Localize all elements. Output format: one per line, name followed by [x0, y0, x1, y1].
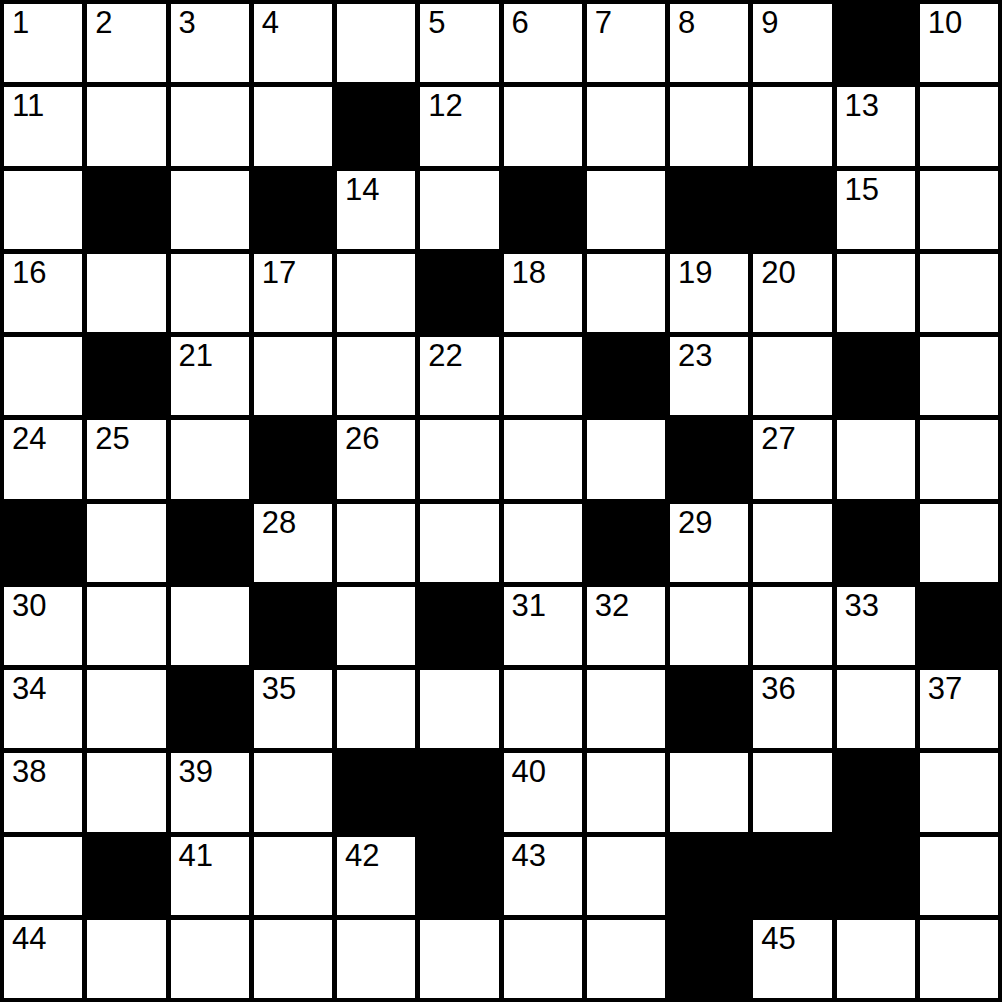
cell-r10c3[interactable]: [254, 837, 332, 915]
cell-r9c11[interactable]: [920, 753, 998, 831]
cell-r11c4[interactable]: [337, 920, 415, 998]
cell-r6c5[interactable]: [420, 504, 498, 582]
cell-r7c11-block: [920, 587, 998, 665]
clue-number: 17: [254, 254, 332, 288]
cell-r9c3[interactable]: [254, 753, 332, 831]
cell-r1c11[interactable]: [920, 87, 998, 165]
clue-number: 13: [837, 87, 915, 121]
clue-number: 44: [4, 920, 82, 954]
cell-r6c3[interactable]: 28: [254, 504, 332, 582]
cell-r6c7-block: [587, 504, 665, 582]
cell-r4c11[interactable]: [920, 337, 998, 415]
cell-r3c4[interactable]: [337, 254, 415, 332]
cell-r7c7[interactable]: 32: [587, 587, 665, 665]
cell-r3c11[interactable]: [920, 254, 998, 332]
cell-r3c10[interactable]: [837, 254, 915, 332]
cell-r8c0[interactable]: 34: [4, 670, 82, 748]
cell-r6c10-block: [837, 504, 915, 582]
cell-r10c6[interactable]: 43: [504, 837, 582, 915]
clue-number: 4: [254, 4, 332, 38]
clue-number: 28: [254, 504, 332, 538]
cell-r4c5[interactable]: 22: [420, 337, 498, 415]
clue-number: 32: [587, 587, 665, 621]
cell-r11c3[interactable]: [254, 920, 332, 998]
cell-r5c10[interactable]: [837, 420, 915, 498]
cell-r2c5[interactable]: [420, 171, 498, 249]
cell-r5c4[interactable]: 26: [337, 420, 415, 498]
cell-r11c7[interactable]: [587, 920, 665, 998]
cell-r6c4[interactable]: [337, 504, 415, 582]
cell-r6c0-block: [4, 504, 82, 582]
cell-r4c9[interactable]: [753, 337, 831, 415]
cell-r3c6[interactable]: 18: [504, 254, 582, 332]
cell-r4c10-block: [837, 337, 915, 415]
cell-r6c8[interactable]: 29: [670, 504, 748, 582]
cell-r2c10[interactable]: 15: [837, 171, 915, 249]
cell-r4c7-block: [587, 337, 665, 415]
cell-r1c0[interactable]: 11: [4, 87, 82, 165]
cell-r4c4[interactable]: [337, 337, 415, 415]
cell-r4c1-block: [87, 337, 165, 415]
clue-number: 37: [920, 670, 998, 704]
cell-r7c4[interactable]: [337, 587, 415, 665]
cell-r1c6[interactable]: [504, 87, 582, 165]
cell-r7c5-block: [420, 587, 498, 665]
clue-number: 43: [504, 837, 582, 871]
cell-r5c7[interactable]: [587, 420, 665, 498]
cell-r0c5[interactable]: 5: [420, 4, 498, 82]
cell-r9c9[interactable]: [753, 753, 831, 831]
cell-r5c2[interactable]: [171, 420, 249, 498]
cell-r7c6[interactable]: 31: [504, 587, 582, 665]
cell-r9c1[interactable]: [87, 753, 165, 831]
clue-number: 41: [171, 837, 249, 871]
cell-r2c1-block: [87, 171, 165, 249]
cell-r3c7[interactable]: [587, 254, 665, 332]
cell-r9c8[interactable]: [670, 753, 748, 831]
cell-r8c7[interactable]: [587, 670, 665, 748]
clue-number: 15: [837, 171, 915, 205]
cell-r10c1-block: [87, 837, 165, 915]
cell-r10c5-block: [420, 837, 498, 915]
clue-number: 40: [504, 753, 582, 787]
cell-r2c7[interactable]: [587, 171, 665, 249]
cell-r1c10[interactable]: 13: [837, 87, 915, 165]
cell-r3c5-block: [420, 254, 498, 332]
clue-number: 38: [4, 753, 82, 787]
cell-r10c0[interactable]: [4, 837, 82, 915]
cell-r1c5[interactable]: 12: [420, 87, 498, 165]
clue-number: 25: [87, 420, 165, 454]
cell-r6c1[interactable]: [87, 504, 165, 582]
cell-r11c8-block: [670, 920, 748, 998]
cell-r9c4-block: [337, 753, 415, 831]
cell-r7c8[interactable]: [670, 587, 748, 665]
cell-r3c0[interactable]: 16: [4, 254, 82, 332]
cell-r0c7[interactable]: 7: [587, 4, 665, 82]
cell-r3c9[interactable]: 20: [753, 254, 831, 332]
cell-r6c9[interactable]: [753, 504, 831, 582]
cell-r5c6[interactable]: [504, 420, 582, 498]
cell-r1c8[interactable]: [670, 87, 748, 165]
cell-r5c8-block: [670, 420, 748, 498]
cell-r2c8-block: [670, 171, 748, 249]
cell-r8c8-block: [670, 670, 748, 748]
cell-r4c6[interactable]: [504, 337, 582, 415]
cell-r5c3-block: [254, 420, 332, 498]
cell-r11c10[interactable]: [837, 920, 915, 998]
clue-number: 35: [254, 670, 332, 704]
cell-r0c3[interactable]: 4: [254, 4, 332, 82]
cell-r10c2[interactable]: 41: [171, 837, 249, 915]
cell-r5c11[interactable]: [920, 420, 998, 498]
cell-r10c11[interactable]: [920, 837, 998, 915]
cell-r2c3-block: [254, 171, 332, 249]
clue-number: 19: [670, 254, 748, 288]
cell-r5c1[interactable]: 25: [87, 420, 165, 498]
cell-r11c9[interactable]: 45: [753, 920, 831, 998]
cell-r2c9-block: [753, 171, 831, 249]
cell-r9c6[interactable]: 40: [504, 753, 582, 831]
clue-number: 45: [753, 920, 831, 954]
clue-number: 39: [171, 753, 249, 787]
cell-r0c1[interactable]: 2: [87, 4, 165, 82]
cell-r6c6[interactable]: [504, 504, 582, 582]
cell-r4c2[interactable]: 21: [171, 337, 249, 415]
cell-r4c0[interactable]: [4, 337, 82, 415]
cell-r8c10[interactable]: [837, 670, 915, 748]
cell-r1c2[interactable]: [171, 87, 249, 165]
cell-r11c2[interactable]: [171, 920, 249, 998]
clue-number: 27: [753, 420, 831, 454]
cell-r1c1[interactable]: [87, 87, 165, 165]
cell-r2c6-block: [504, 171, 582, 249]
cell-r1c9[interactable]: [753, 87, 831, 165]
cell-r2c0[interactable]: [4, 171, 82, 249]
cell-r2c4[interactable]: 14: [337, 171, 415, 249]
cell-r5c5[interactable]: [420, 420, 498, 498]
crossword-grid: 1234567891011121314151617181920212223242…: [0, 0, 1002, 1002]
cell-r11c11[interactable]: [920, 920, 998, 998]
clue-number: 2: [87, 4, 165, 38]
cell-r1c7[interactable]: [587, 87, 665, 165]
cell-r11c5[interactable]: [420, 920, 498, 998]
cell-r6c2-block: [171, 504, 249, 582]
cell-r7c0[interactable]: 30: [4, 587, 82, 665]
cell-r0c2[interactable]: 3: [171, 4, 249, 82]
clue-number: 23: [670, 337, 748, 371]
cell-r3c3[interactable]: 17: [254, 254, 332, 332]
clue-number: 5: [420, 4, 498, 38]
clue-number: 34: [4, 670, 82, 704]
cell-r0c6[interactable]: 6: [504, 4, 582, 82]
cell-r7c10[interactable]: 33: [837, 587, 915, 665]
clue-number: 7: [587, 4, 665, 38]
cell-r8c3[interactable]: 35: [254, 670, 332, 748]
cell-r5c9[interactable]: 27: [753, 420, 831, 498]
cell-r10c10-block: [837, 837, 915, 915]
cell-r6c11[interactable]: [920, 504, 998, 582]
cell-r4c3[interactable]: [254, 337, 332, 415]
cell-r0c9[interactable]: 9: [753, 4, 831, 82]
cell-r8c5[interactable]: [420, 670, 498, 748]
cell-r9c7[interactable]: [587, 753, 665, 831]
cell-r9c2[interactable]: 39: [171, 753, 249, 831]
clue-number: 1: [4, 4, 82, 38]
clue-number: 31: [504, 587, 582, 621]
cell-r3c8[interactable]: 19: [670, 254, 748, 332]
clue-number: 18: [504, 254, 582, 288]
clue-number: 6: [504, 4, 582, 38]
clue-number: 24: [4, 420, 82, 454]
cell-r10c7[interactable]: [587, 837, 665, 915]
cell-r9c0[interactable]: 38: [4, 753, 82, 831]
cell-r0c10-block: [837, 4, 915, 82]
clue-number: 22: [420, 337, 498, 371]
cell-r7c9[interactable]: [753, 587, 831, 665]
clue-number: 12: [420, 87, 498, 121]
cell-r1c4-block: [337, 87, 415, 165]
clue-number: 14: [337, 171, 415, 205]
clue-number: 10: [920, 4, 998, 38]
clue-number: 16: [4, 254, 82, 288]
cell-r3c1[interactable]: [87, 254, 165, 332]
cell-r7c2[interactable]: [171, 587, 249, 665]
clue-number: 20: [753, 254, 831, 288]
clue-number: 42: [337, 837, 415, 871]
cell-r0c11[interactable]: 10: [920, 4, 998, 82]
cell-r10c8-block: [670, 837, 748, 915]
cell-r0c4[interactable]: [337, 4, 415, 82]
cell-r1c3[interactable]: [254, 87, 332, 165]
cell-r7c3-block: [254, 587, 332, 665]
cell-r2c2[interactable]: [171, 171, 249, 249]
cell-r11c6[interactable]: [504, 920, 582, 998]
clue-number: 26: [337, 420, 415, 454]
cell-r5c0[interactable]: 24: [4, 420, 82, 498]
cell-r8c1[interactable]: [87, 670, 165, 748]
clue-number: 33: [837, 587, 915, 621]
cell-r8c9[interactable]: 36: [753, 670, 831, 748]
clue-number: 11: [4, 87, 82, 121]
cell-r9c10-block: [837, 753, 915, 831]
cell-r3c2[interactable]: [171, 254, 249, 332]
cell-r8c2-block: [171, 670, 249, 748]
clue-number: 29: [670, 504, 748, 538]
cell-r11c0[interactable]: 44: [4, 920, 82, 998]
clue-number: 3: [171, 4, 249, 38]
clue-number: 36: [753, 670, 831, 704]
cell-r2c11[interactable]: [920, 171, 998, 249]
clue-number: 8: [670, 4, 748, 38]
cell-r0c0[interactable]: 1: [4, 4, 82, 82]
clue-number: 30: [4, 587, 82, 621]
cell-r0c8[interactable]: 8: [670, 4, 748, 82]
cell-r8c6[interactable]: [504, 670, 582, 748]
cell-r10c4[interactable]: 42: [337, 837, 415, 915]
cell-r11c1[interactable]: [87, 920, 165, 998]
cell-r8c4[interactable]: [337, 670, 415, 748]
cell-r7c1[interactable]: [87, 587, 165, 665]
cell-r10c9-block: [753, 837, 831, 915]
clue-number: 21: [171, 337, 249, 371]
clue-number: 9: [753, 4, 831, 38]
cell-r9c5-block: [420, 753, 498, 831]
cell-r8c11[interactable]: 37: [920, 670, 998, 748]
cell-r4c8[interactable]: 23: [670, 337, 748, 415]
